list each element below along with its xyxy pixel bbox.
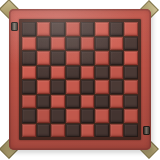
board-square[interactable] <box>37 37 51 51</box>
board-square[interactable] <box>51 37 65 51</box>
board-square[interactable] <box>37 80 51 94</box>
board-square[interactable] <box>22 51 36 65</box>
board-square[interactable] <box>110 37 124 51</box>
board-square[interactable] <box>37 109 51 123</box>
board-square[interactable] <box>81 95 95 109</box>
board-square[interactable] <box>37 124 51 138</box>
board-square[interactable] <box>124 66 138 80</box>
board-square[interactable] <box>51 51 65 65</box>
board-square[interactable] <box>81 124 95 138</box>
board-square[interactable] <box>81 51 95 65</box>
board-square[interactable] <box>66 51 80 65</box>
board-square[interactable] <box>95 109 109 123</box>
board-square[interactable] <box>110 124 124 138</box>
board-square[interactable] <box>66 66 80 80</box>
board-square[interactable] <box>66 124 80 138</box>
board-square[interactable] <box>124 51 138 65</box>
board-square[interactable] <box>81 22 95 36</box>
board-square[interactable] <box>124 37 138 51</box>
board-square[interactable] <box>37 51 51 65</box>
hinge-clasp-icon <box>11 22 18 31</box>
board-square[interactable] <box>51 124 65 138</box>
board-square[interactable] <box>124 124 138 138</box>
board-square[interactable] <box>81 109 95 123</box>
board-square[interactable] <box>37 95 51 109</box>
board-square[interactable] <box>22 22 36 36</box>
board-square[interactable] <box>110 80 124 94</box>
board-square[interactable] <box>110 109 124 123</box>
board-square[interactable] <box>51 109 65 123</box>
board-square[interactable] <box>66 37 80 51</box>
checkers-board <box>9 9 151 150</box>
board-square[interactable] <box>81 66 95 80</box>
board-square[interactable] <box>51 66 65 80</box>
board-square[interactable] <box>95 80 109 94</box>
board-square[interactable] <box>22 66 36 80</box>
board-square[interactable] <box>81 80 95 94</box>
board-square[interactable] <box>110 22 124 36</box>
board-square[interactable] <box>37 66 51 80</box>
board-square[interactable] <box>95 51 109 65</box>
board-square[interactable] <box>124 80 138 94</box>
photo-background <box>0 0 160 160</box>
board-square[interactable] <box>66 22 80 36</box>
board-square[interactable] <box>95 37 109 51</box>
board-square[interactable] <box>37 22 51 36</box>
board-square[interactable] <box>66 95 80 109</box>
board-square[interactable] <box>124 95 138 109</box>
board-square[interactable] <box>22 109 36 123</box>
board-grid <box>22 22 138 137</box>
board-square[interactable] <box>22 95 36 109</box>
board-square[interactable] <box>110 51 124 65</box>
board-square[interactable] <box>22 124 36 138</box>
hinge-clasp-icon <box>143 126 150 135</box>
board-square[interactable] <box>124 109 138 123</box>
board-square[interactable] <box>95 66 109 80</box>
board-square[interactable] <box>95 95 109 109</box>
board-square[interactable] <box>51 22 65 36</box>
board-square[interactable] <box>81 37 95 51</box>
board-square[interactable] <box>22 37 36 51</box>
board-square[interactable] <box>51 95 65 109</box>
board-square[interactable] <box>95 124 109 138</box>
board-square[interactable] <box>110 95 124 109</box>
board-square[interactable] <box>66 80 80 94</box>
board-square[interactable] <box>51 80 65 94</box>
board-square[interactable] <box>22 80 36 94</box>
board-square[interactable] <box>95 22 109 36</box>
board-square[interactable] <box>110 66 124 80</box>
board-square[interactable] <box>66 109 80 123</box>
board-square[interactable] <box>124 22 138 36</box>
